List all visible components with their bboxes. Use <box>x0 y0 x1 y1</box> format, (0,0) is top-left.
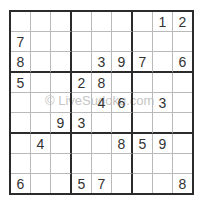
cell-r7c5[interactable] <box>92 134 112 154</box>
cell-r4c6[interactable] <box>112 73 133 93</box>
cell-r3c3[interactable] <box>51 52 72 73</box>
cell-r4c2[interactable] <box>31 73 51 93</box>
cell-r4c5[interactable]: 8 <box>92 73 112 93</box>
cell-r2c1[interactable]: 7 <box>11 32 31 52</box>
cell-r3c4[interactable] <box>72 52 92 73</box>
cell-r9c5[interactable]: 7 <box>92 174 112 193</box>
cell-r2c7[interactable] <box>133 32 153 52</box>
cell-r8c6[interactable] <box>112 154 133 174</box>
cell-r2c6[interactable] <box>112 32 133 52</box>
cell-r4c8[interactable] <box>153 73 173 93</box>
cell-r6c8[interactable] <box>153 113 173 134</box>
cell-r7c2[interactable]: 4 <box>31 134 51 154</box>
cell-r1c2[interactable] <box>31 12 51 32</box>
cell-r4c7[interactable] <box>133 73 153 93</box>
cell-r7c9[interactable] <box>173 134 192 154</box>
cell-r5c4[interactable] <box>72 93 92 113</box>
cell-r8c4[interactable] <box>72 154 92 174</box>
cell-r1c5[interactable] <box>92 12 112 32</box>
cell-r5c1[interactable] <box>11 93 31 113</box>
cell-r4c3[interactable] <box>51 73 72 93</box>
cell-r5c5[interactable]: 4 <box>92 93 112 113</box>
cell-r9c9[interactable]: 8 <box>173 174 192 193</box>
cell-r3c7[interactable]: 7 <box>133 52 153 73</box>
cell-r5c3[interactable] <box>51 93 72 113</box>
cell-r9c4[interactable]: 5 <box>72 174 92 193</box>
cell-r6c6[interactable] <box>112 113 133 134</box>
cell-r6c9[interactable] <box>173 113 192 134</box>
cell-r4c4[interactable]: 2 <box>72 73 92 93</box>
cell-r1c9[interactable]: 2 <box>173 12 192 32</box>
cell-r7c8[interactable]: 9 <box>153 134 173 154</box>
cell-r8c5[interactable] <box>92 154 112 174</box>
sudoku-board: © LiveSudoku.com 12783976528463934859657… <box>9 10 194 195</box>
cell-r7c6[interactable]: 8 <box>112 134 133 154</box>
cell-r8c3[interactable] <box>51 154 72 174</box>
cell-r6c5[interactable] <box>92 113 112 134</box>
cell-r1c6[interactable] <box>112 12 133 32</box>
cell-r9c3[interactable] <box>51 174 72 193</box>
cell-r2c5[interactable] <box>92 32 112 52</box>
cell-r6c7[interactable] <box>133 113 153 134</box>
cell-r2c8[interactable] <box>153 32 173 52</box>
cell-r3c5[interactable]: 3 <box>92 52 112 73</box>
cell-r2c2[interactable] <box>31 32 51 52</box>
cell-r1c1[interactable] <box>11 12 31 32</box>
cell-r8c2[interactable] <box>31 154 51 174</box>
cell-r4c1[interactable]: 5 <box>11 73 31 93</box>
cell-r2c3[interactable] <box>51 32 72 52</box>
cell-r3c9[interactable]: 6 <box>173 52 192 73</box>
cell-r1c3[interactable] <box>51 12 72 32</box>
cell-r8c7[interactable] <box>133 154 153 174</box>
cell-r5c2[interactable] <box>31 93 51 113</box>
cell-r7c4[interactable] <box>72 134 92 154</box>
cell-r6c1[interactable] <box>11 113 31 134</box>
cell-r5c6[interactable]: 6 <box>112 93 133 113</box>
cell-r5c9[interactable] <box>173 93 192 113</box>
cell-r9c8[interactable] <box>153 174 173 193</box>
cell-r3c1[interactable]: 8 <box>11 52 31 73</box>
cell-r1c7[interactable] <box>133 12 153 32</box>
cell-r5c7[interactable] <box>133 93 153 113</box>
cell-r3c6[interactable]: 9 <box>112 52 133 73</box>
cell-r5c8[interactable]: 3 <box>153 93 173 113</box>
cell-r7c1[interactable] <box>11 134 31 154</box>
cell-r8c9[interactable] <box>173 154 192 174</box>
cell-r6c4[interactable]: 3 <box>72 113 92 134</box>
cell-r1c4[interactable] <box>72 12 92 32</box>
cell-r8c8[interactable] <box>153 154 173 174</box>
cell-r8c1[interactable] <box>11 154 31 174</box>
cell-r2c4[interactable] <box>72 32 92 52</box>
cell-r9c7[interactable] <box>133 174 153 193</box>
cell-r2c9[interactable] <box>173 32 192 52</box>
cell-r7c3[interactable] <box>51 134 72 154</box>
cell-r7c7[interactable]: 5 <box>133 134 153 154</box>
cell-r9c2[interactable] <box>31 174 51 193</box>
cell-r9c1[interactable]: 6 <box>11 174 31 193</box>
cell-r6c3[interactable]: 9 <box>51 113 72 134</box>
cell-r9c6[interactable] <box>112 174 133 193</box>
cell-r3c2[interactable] <box>31 52 51 73</box>
cell-r4c9[interactable] <box>173 73 192 93</box>
cell-r3c8[interactable] <box>153 52 173 73</box>
cell-r6c2[interactable] <box>31 113 51 134</box>
cell-r1c8[interactable]: 1 <box>153 12 173 32</box>
